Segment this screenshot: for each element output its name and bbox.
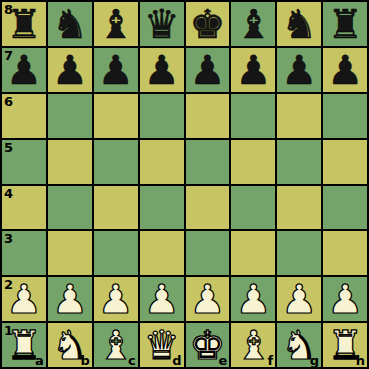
rank-label-6: 6 [4, 95, 13, 108]
square-e8[interactable]: ♚ [186, 2, 230, 46]
square-b8[interactable]: ♞ [48, 2, 92, 46]
square-c1[interactable]: c♝ [94, 323, 138, 367]
square-a8[interactable]: 8♜ [2, 2, 46, 46]
square-c8[interactable]: ♝ [94, 2, 138, 46]
rank-label-4: 4 [4, 187, 13, 200]
piece-white-pawn-f2[interactable]: ♟ [235, 279, 271, 319]
square-c5[interactable] [94, 140, 138, 184]
piece-white-king-e1[interactable]: ♚ [190, 325, 226, 365]
square-b4[interactable] [48, 186, 92, 230]
piece-black-pawn-g7[interactable]: ♟ [281, 50, 317, 90]
square-g2[interactable]: ♟ [277, 277, 321, 321]
square-d7[interactable]: ♟ [140, 48, 184, 92]
piece-white-pawn-d2[interactable]: ♟ [144, 279, 180, 319]
piece-black-pawn-e7[interactable]: ♟ [190, 50, 226, 90]
square-e7[interactable]: ♟ [186, 48, 230, 92]
piece-white-pawn-c2[interactable]: ♟ [98, 279, 134, 319]
piece-white-knight-b1[interactable]: ♞ [52, 325, 88, 365]
chess-board: 8♜♞♝♛♚♝♞♜7♟♟♟♟♟♟♟♟65432♟♟♟♟♟♟♟♟1a♜b♞c♝d♛… [0, 0, 369, 369]
square-a2[interactable]: 2♟ [2, 277, 46, 321]
piece-white-bishop-f1[interactable]: ♝ [235, 325, 271, 365]
square-h7[interactable]: ♟ [323, 48, 367, 92]
square-c7[interactable]: ♟ [94, 48, 138, 92]
piece-black-knight-g8[interactable]: ♞ [281, 4, 317, 44]
square-h3[interactable] [323, 231, 367, 275]
square-b5[interactable] [48, 140, 92, 184]
square-b6[interactable] [48, 94, 92, 138]
square-d3[interactable] [140, 231, 184, 275]
piece-black-bishop-f8[interactable]: ♝ [235, 4, 271, 44]
square-d2[interactable]: ♟ [140, 277, 184, 321]
piece-black-knight-b8[interactable]: ♞ [52, 4, 88, 44]
square-e6[interactable] [186, 94, 230, 138]
square-f4[interactable] [231, 186, 275, 230]
square-e1[interactable]: e♚ [186, 323, 230, 367]
square-h6[interactable] [323, 94, 367, 138]
square-b1[interactable]: b♞ [48, 323, 92, 367]
square-b3[interactable] [48, 231, 92, 275]
square-e5[interactable] [186, 140, 230, 184]
square-h4[interactable] [323, 186, 367, 230]
square-e3[interactable] [186, 231, 230, 275]
piece-black-pawn-b7[interactable]: ♟ [52, 50, 88, 90]
square-g5[interactable] [277, 140, 321, 184]
rank-label-3: 3 [4, 232, 13, 245]
piece-white-bishop-c1[interactable]: ♝ [98, 325, 134, 365]
square-b7[interactable]: ♟ [48, 48, 92, 92]
piece-black-pawn-c7[interactable]: ♟ [98, 50, 134, 90]
square-g8[interactable]: ♞ [277, 2, 321, 46]
piece-white-rook-h1[interactable]: ♜ [327, 325, 363, 365]
square-f3[interactable] [231, 231, 275, 275]
square-c4[interactable] [94, 186, 138, 230]
piece-white-rook-a1[interactable]: ♜ [6, 325, 42, 365]
piece-black-bishop-c8[interactable]: ♝ [98, 4, 134, 44]
square-g3[interactable] [277, 231, 321, 275]
square-h1[interactable]: h♜ [323, 323, 367, 367]
square-a5[interactable]: 5 [2, 140, 46, 184]
square-d6[interactable] [140, 94, 184, 138]
piece-white-queen-d1[interactable]: ♛ [144, 325, 180, 365]
square-g6[interactable] [277, 94, 321, 138]
square-f8[interactable]: ♝ [231, 2, 275, 46]
square-c6[interactable] [94, 94, 138, 138]
square-f1[interactable]: f♝ [231, 323, 275, 367]
piece-white-pawn-b2[interactable]: ♟ [52, 279, 88, 319]
piece-black-rook-h8[interactable]: ♜ [327, 4, 363, 44]
square-h5[interactable] [323, 140, 367, 184]
piece-white-pawn-g2[interactable]: ♟ [281, 279, 317, 319]
square-d1[interactable]: d♛ [140, 323, 184, 367]
square-a3[interactable]: 3 [2, 231, 46, 275]
piece-white-pawn-a2[interactable]: ♟ [6, 279, 42, 319]
piece-black-pawn-f7[interactable]: ♟ [235, 50, 271, 90]
piece-white-pawn-h2[interactable]: ♟ [327, 279, 363, 319]
square-h2[interactable]: ♟ [323, 277, 367, 321]
square-f2[interactable]: ♟ [231, 277, 275, 321]
square-b2[interactable]: ♟ [48, 277, 92, 321]
piece-black-pawn-a7[interactable]: ♟ [6, 50, 42, 90]
square-c3[interactable] [94, 231, 138, 275]
square-g7[interactable]: ♟ [277, 48, 321, 92]
square-f6[interactable] [231, 94, 275, 138]
rank-label-5: 5 [4, 141, 13, 154]
square-g4[interactable] [277, 186, 321, 230]
square-d8[interactable]: ♛ [140, 2, 184, 46]
piece-white-knight-g1[interactable]: ♞ [281, 325, 317, 365]
square-e4[interactable] [186, 186, 230, 230]
piece-black-pawn-d7[interactable]: ♟ [144, 50, 180, 90]
square-e2[interactable]: ♟ [186, 277, 230, 321]
square-h8[interactable]: ♜ [323, 2, 367, 46]
square-g1[interactable]: g♞ [277, 323, 321, 367]
square-f7[interactable]: ♟ [231, 48, 275, 92]
square-d4[interactable] [140, 186, 184, 230]
piece-black-king-e8[interactable]: ♚ [190, 4, 226, 44]
square-a6[interactable]: 6 [2, 94, 46, 138]
square-f5[interactable] [231, 140, 275, 184]
piece-black-pawn-h7[interactable]: ♟ [327, 50, 363, 90]
piece-black-queen-d8[interactable]: ♛ [144, 4, 180, 44]
square-c2[interactable]: ♟ [94, 277, 138, 321]
piece-black-rook-a8[interactable]: ♜ [6, 4, 42, 44]
square-a1[interactable]: 1a♜ [2, 323, 46, 367]
piece-white-pawn-e2[interactable]: ♟ [190, 279, 226, 319]
square-d5[interactable] [140, 140, 184, 184]
square-a7[interactable]: 7♟ [2, 48, 46, 92]
square-a4[interactable]: 4 [2, 186, 46, 230]
